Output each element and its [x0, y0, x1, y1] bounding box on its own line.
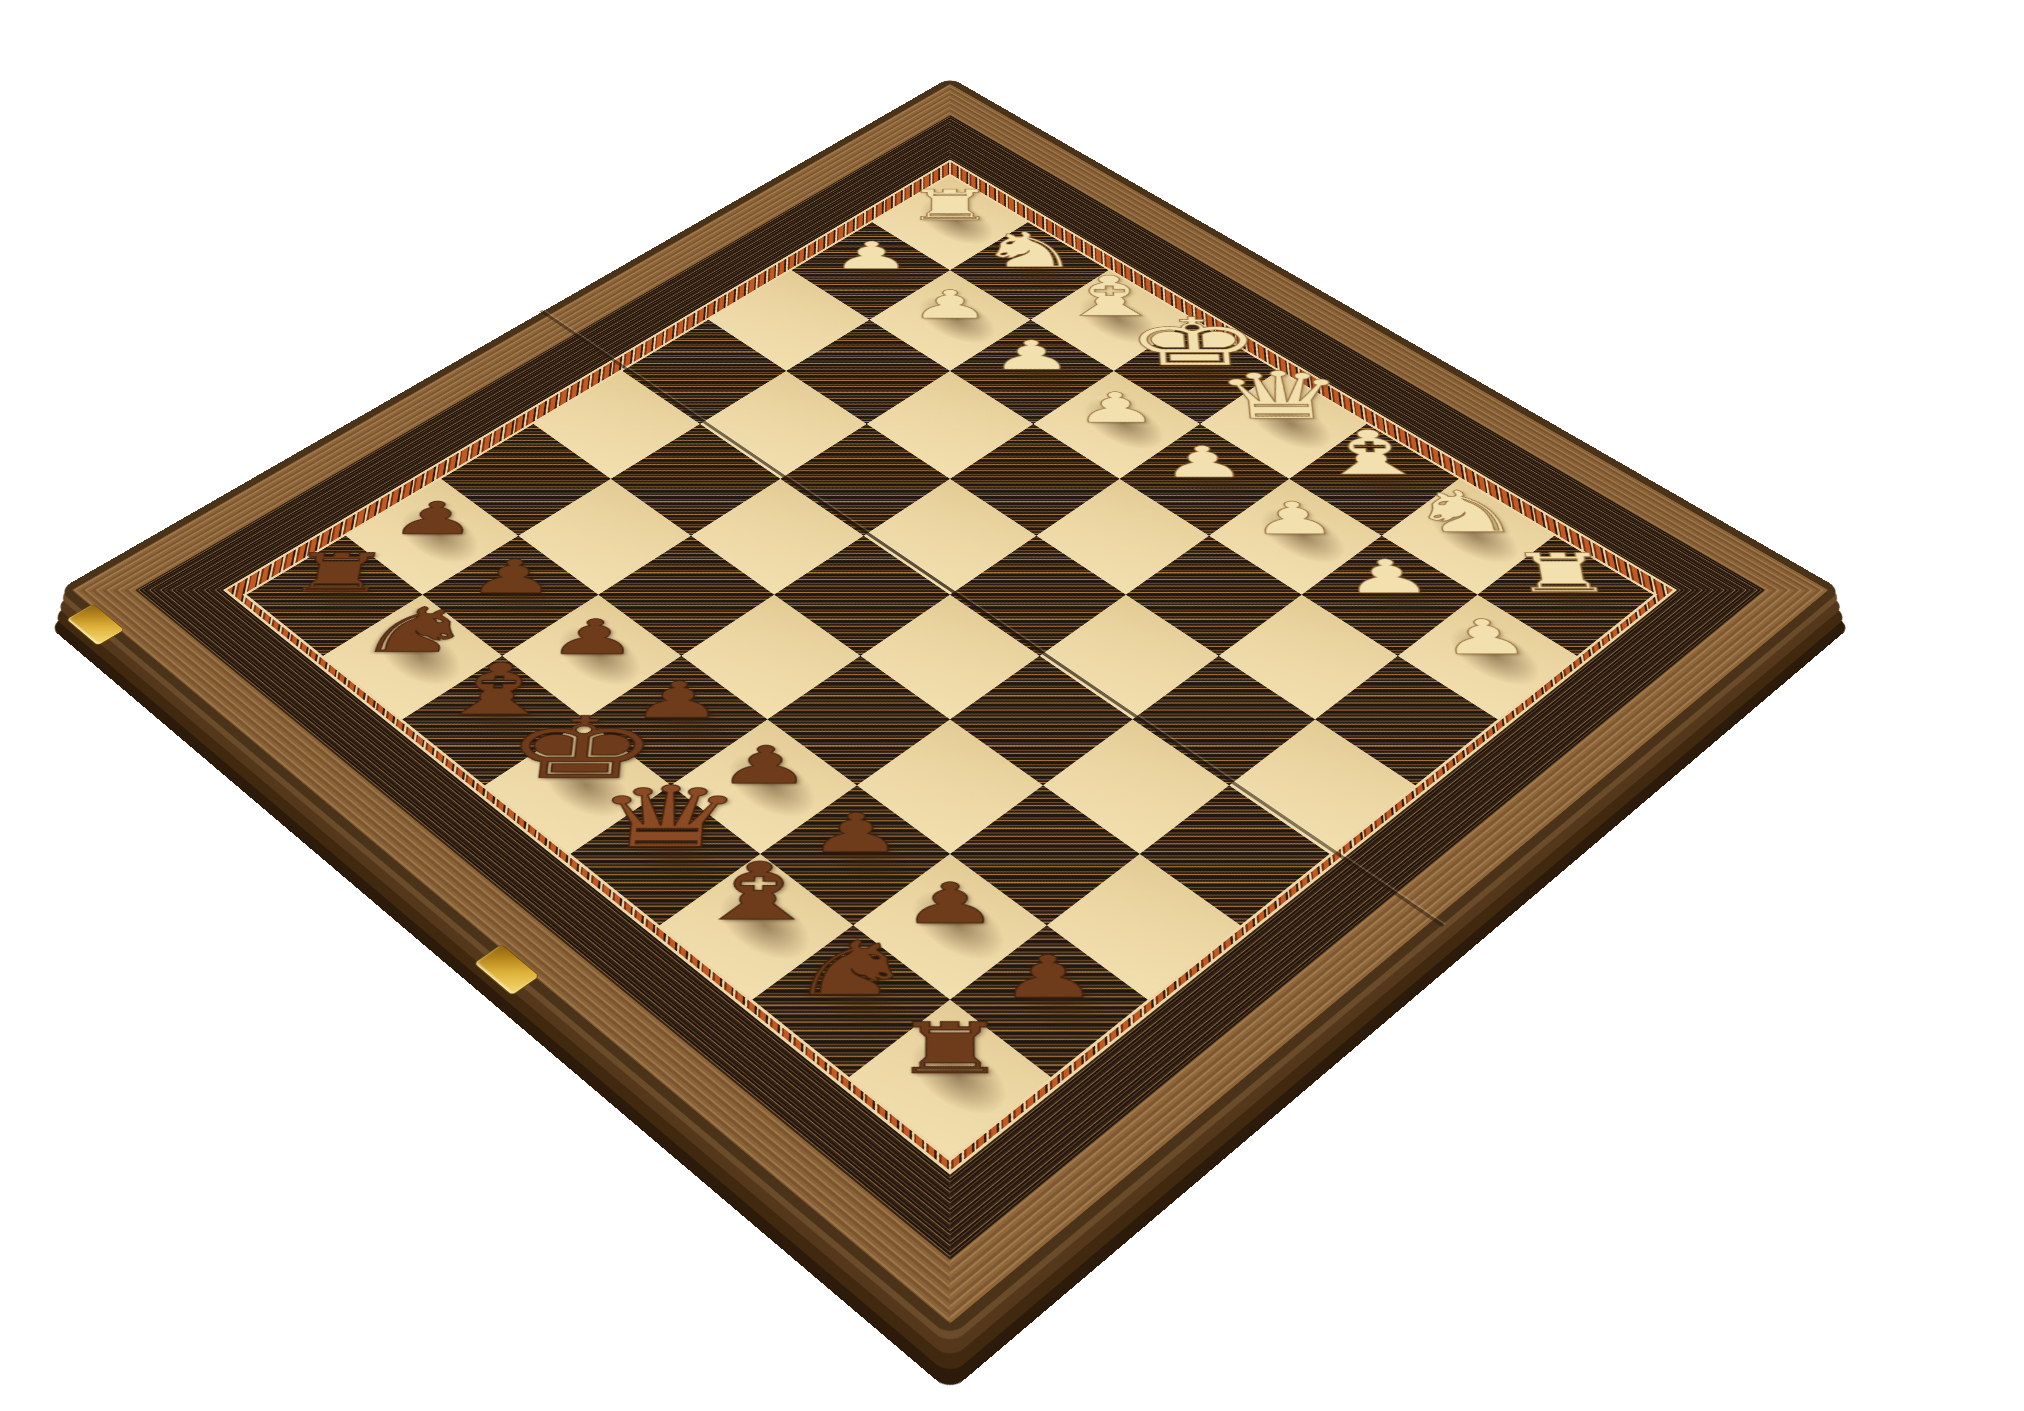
black-knight: ♞ [711, 931, 991, 1006]
square-b5 [1043, 719, 1229, 854]
black-pawn: ♟ [632, 739, 896, 791]
black-pawn: ♟ [309, 496, 559, 541]
black-queen: ♛ [530, 775, 802, 860]
square-d7: ♟ [671, 719, 857, 854]
piece-shadow [892, 1024, 1027, 1130]
square-e7: ♟ [585, 656, 768, 785]
square-a5 [1140, 785, 1330, 925]
piece-shadow [991, 949, 1124, 1051]
piece-shadow [711, 740, 834, 830]
square-c4 [1040, 595, 1219, 720]
square-c5 [950, 656, 1133, 785]
square-b4 [1133, 656, 1316, 785]
white-pawn: ♟ [1355, 613, 1615, 661]
square-a7: ♟ [950, 925, 1148, 1077]
square-c7: ♟ [760, 785, 950, 925]
piece-shadow [611, 807, 736, 901]
piece-shadow [701, 876, 829, 974]
white-rook: ♜ [840, 184, 1061, 226]
black-king: ♚ [445, 706, 715, 791]
chess-set-photo: ♜♞♝♛♚♝♞♜♟♟♟♟♟♟♟♟♟♟♟♟♟♟♟♟♜♞♝♛♚♝♞♜ [0, 0, 2024, 1411]
square-a6 [1047, 854, 1241, 1000]
black-bishop: ♝ [619, 852, 895, 932]
black-pawn: ♟ [909, 947, 1189, 1006]
square-e8: ♚ [485, 719, 671, 854]
board-grid: ♜♞♝♛♚♝♞♜♟♟♟♟♟♟♟♟♟♟♟♟♟♟♟♟♜♞♝♛♚♝♞♜ [247, 176, 1654, 1158]
square-a8: ♜ [849, 1000, 1051, 1158]
ebony-band-left [898, 560, 1765, 1259]
square-f8: ♝ [402, 656, 585, 785]
piece-shadow [801, 807, 928, 901]
square-d5 [860, 595, 1039, 720]
black-pawn: ♟ [385, 553, 639, 600]
square-b6 [950, 785, 1140, 925]
piece-shadow [525, 740, 647, 830]
square-b8: ♞ [752, 925, 950, 1077]
black-bishop: ♝ [364, 654, 629, 725]
white-bishop: ♝ [1249, 422, 1495, 483]
square-d8: ♛ [570, 785, 760, 925]
square-a3 [1315, 656, 1498, 785]
square-d6 [767, 656, 950, 785]
piece-shadow [442, 676, 561, 763]
square-a2: ♟ [1398, 595, 1577, 720]
black-pawn: ♟ [721, 806, 990, 860]
piece-shadow [794, 949, 926, 1051]
square-c8: ♝ [660, 854, 854, 1000]
square-a1: ♜ [1478, 536, 1654, 656]
piece-shadow [894, 876, 1024, 974]
braid-inlay-border: ♜♞♝♛♚♝♞♜♟♟♟♟♟♟♟♟♟♟♟♟♟♟♟♟♜♞♝♛♚♝♞♜ [223, 160, 1677, 1175]
ebony-border-band: ♜♞♝♛♚♝♞♜♟♟♟♟♟♟♟♟♟♟♟♟♟♟♟♟♜♞♝♛♚♝♞♜ [135, 115, 1765, 1260]
piece-shadow [624, 676, 745, 763]
square-a4 [1229, 719, 1415, 854]
square-b7: ♟ [853, 854, 1047, 1000]
black-pawn: ♟ [813, 875, 1087, 931]
chess-board: ♜♞♝♛♚♝♞♜♟♟♟♟♟♟♟♟♟♟♟♟♟♟♟♟♜♞♝♛♚♝♞♜ [58, 77, 1841, 1337]
black-rook: ♜ [807, 1013, 1093, 1083]
square-c6 [857, 719, 1043, 854]
